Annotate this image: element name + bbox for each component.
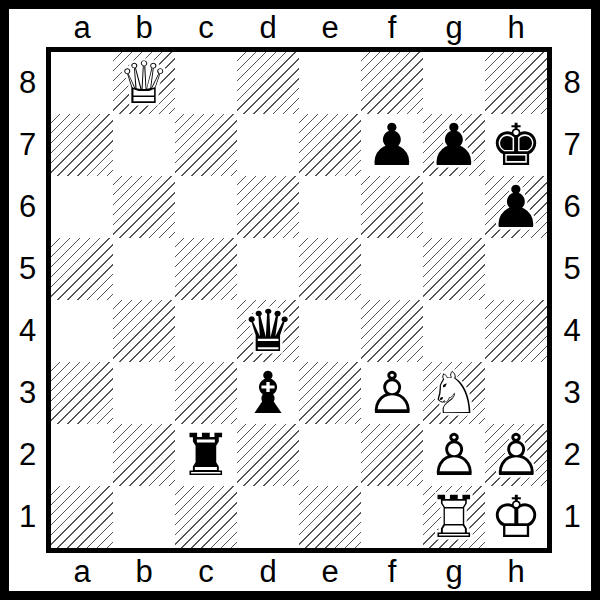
piece-white-rook[interactable]: ♖ [423,486,485,548]
file-label-h: h [485,9,547,47]
square-e7[interactable] [299,114,361,176]
square-g6[interactable] [423,176,485,238]
rank-label-4: 4 [9,300,46,362]
rank-label-3: 3 [9,362,46,424]
square-a7[interactable] [51,114,113,176]
square-h8[interactable] [485,52,547,114]
square-e5[interactable] [299,238,361,300]
rank-label-1: 1 [9,486,46,548]
rank-labels-right: 87654321 [553,52,591,548]
file-label-d: d [237,553,299,591]
square-a8[interactable] [51,52,113,114]
rank-label-6: 6 [553,176,591,238]
square-h2[interactable]: ♟♙ [485,424,547,486]
square-d2[interactable] [237,424,299,486]
square-g4[interactable] [423,300,485,362]
piece-white-queen[interactable]: ♕ [113,52,175,114]
piece-black-pawn[interactable]: ♟ [485,176,547,238]
square-c6[interactable] [175,176,237,238]
square-g2[interactable]: ♟♙ [423,424,485,486]
chess-board: ♛♕♟♟♟♟♚♚♟♟♛♛♝♝♟♙♞♘♜♜♟♙♟♙♜♖♚♔ [46,47,552,553]
square-g7[interactable]: ♟♟ [423,114,485,176]
square-f4[interactable] [361,300,423,362]
square-h3[interactable] [485,362,547,424]
file-labels-bottom: abcdefgh [51,553,547,591]
piece-black-queen[interactable]: ♛ [237,300,299,362]
square-a6[interactable] [51,176,113,238]
rank-labels-left: 87654321 [9,52,46,548]
file-label-b: b [113,553,175,591]
square-f3[interactable]: ♟♙ [361,362,423,424]
rank-label-4: 4 [553,300,591,362]
piece-black-bishop[interactable]: ♝ [237,362,299,424]
file-label-a: a [51,9,113,47]
file-label-g: g [423,553,485,591]
square-e1[interactable] [299,486,361,548]
square-d1[interactable] [237,486,299,548]
square-d7[interactable] [237,114,299,176]
file-label-a: a [51,553,113,591]
square-e6[interactable] [299,176,361,238]
square-e4[interactable] [299,300,361,362]
square-b2[interactable] [113,424,175,486]
piece-black-rook[interactable]: ♜ [175,424,237,486]
rank-label-2: 2 [553,424,591,486]
square-a5[interactable] [51,238,113,300]
square-h5[interactable] [485,238,547,300]
rank-label-7: 7 [9,114,46,176]
square-c7[interactable] [175,114,237,176]
square-a3[interactable] [51,362,113,424]
file-label-c: c [175,553,237,591]
rank-label-5: 5 [9,238,46,300]
square-g8[interactable] [423,52,485,114]
square-f8[interactable] [361,52,423,114]
square-d5[interactable] [237,238,299,300]
rank-label-5: 5 [553,238,591,300]
square-g5[interactable] [423,238,485,300]
square-a4[interactable] [51,300,113,362]
square-f2[interactable] [361,424,423,486]
square-g3[interactable]: ♞♘ [423,362,485,424]
file-label-f: f [361,9,423,47]
rank-label-3: 3 [553,362,591,424]
square-c3[interactable] [175,362,237,424]
square-h7[interactable]: ♚♚ [485,114,547,176]
square-b3[interactable] [113,362,175,424]
square-e2[interactable] [299,424,361,486]
file-label-g: g [423,9,485,47]
rank-label-8: 8 [553,52,591,114]
piece-black-king[interactable]: ♚ [485,114,547,176]
square-e3[interactable] [299,362,361,424]
square-f1[interactable] [361,486,423,548]
square-d4[interactable]: ♛♛ [237,300,299,362]
rank-label-8: 8 [9,52,46,114]
square-a2[interactable] [51,424,113,486]
file-label-f: f [361,553,423,591]
piece-white-pawn[interactable]: ♙ [423,424,485,486]
square-b7[interactable] [113,114,175,176]
piece-white-pawn[interactable]: ♙ [361,362,423,424]
file-label-d: d [237,9,299,47]
square-d6[interactable] [237,176,299,238]
square-h6[interactable]: ♟♟ [485,176,547,238]
square-h1[interactable]: ♚♔ [485,486,547,548]
rank-label-7: 7 [553,114,591,176]
piece-white-pawn[interactable]: ♙ [485,424,547,486]
file-label-h: h [485,553,547,591]
square-h4[interactable] [485,300,547,362]
rank-label-1: 1 [553,486,591,548]
square-a1[interactable] [51,486,113,548]
square-f7[interactable]: ♟♟ [361,114,423,176]
square-c5[interactable] [175,238,237,300]
piece-black-pawn[interactable]: ♟ [361,114,423,176]
square-b1[interactable] [113,486,175,548]
square-c8[interactable] [175,52,237,114]
square-c1[interactable] [175,486,237,548]
square-b8[interactable]: ♛♕ [113,52,175,114]
square-b4[interactable] [113,300,175,362]
square-g1[interactable]: ♜♖ [423,486,485,548]
square-d8[interactable] [237,52,299,114]
rank-label-6: 6 [9,176,46,238]
file-labels-top: abcdefgh [51,9,547,47]
file-label-e: e [299,553,361,591]
piece-white-knight[interactable]: ♘ [423,362,485,424]
square-e8[interactable] [299,52,361,114]
square-f6[interactable] [361,176,423,238]
square-c2[interactable]: ♜♜ [175,424,237,486]
piece-white-king[interactable]: ♔ [485,486,547,548]
square-b6[interactable] [113,176,175,238]
file-label-c: c [175,9,237,47]
square-d3[interactable]: ♝♝ [237,362,299,424]
square-b5[interactable] [113,238,175,300]
file-label-b: b [113,9,175,47]
square-f5[interactable] [361,238,423,300]
square-c4[interactable] [175,300,237,362]
rank-label-2: 2 [9,424,46,486]
piece-black-pawn[interactable]: ♟ [423,114,485,176]
file-label-e: e [299,9,361,47]
